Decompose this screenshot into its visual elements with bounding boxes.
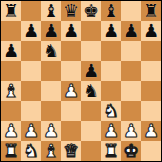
- square-e3[interactable]: [81, 101, 101, 121]
- piece-black-knight[interactable]: ♞: [83, 81, 99, 101]
- square-f5[interactable]: [101, 61, 121, 81]
- square-f2[interactable]: ♟: [101, 121, 121, 141]
- square-g6[interactable]: [121, 41, 141, 61]
- square-f1[interactable]: ♜: [101, 141, 121, 161]
- square-g2[interactable]: ♟: [121, 121, 141, 141]
- piece-white-rook[interactable]: ♜: [103, 141, 119, 161]
- square-d7[interactable]: ♟: [61, 21, 81, 41]
- piece-black-knight[interactable]: ♞: [43, 41, 59, 61]
- piece-black-pawn[interactable]: ♟: [63, 21, 79, 41]
- square-d1[interactable]: ♛: [61, 141, 81, 161]
- square-h3[interactable]: [141, 101, 161, 121]
- piece-white-pawn[interactable]: ♟: [103, 121, 119, 141]
- piece-black-pawn[interactable]: ♟: [43, 21, 59, 41]
- square-c1[interactable]: ♝: [41, 141, 61, 161]
- piece-white-knight[interactable]: ♞: [103, 101, 119, 121]
- square-a6[interactable]: ♟: [1, 41, 21, 61]
- square-b6[interactable]: [21, 41, 41, 61]
- piece-black-bishop[interactable]: ♝: [103, 1, 119, 21]
- square-g7[interactable]: ♟: [121, 21, 141, 41]
- square-h1[interactable]: [141, 141, 161, 161]
- piece-white-pawn[interactable]: ♟: [123, 121, 139, 141]
- square-c4[interactable]: [41, 81, 61, 101]
- square-b1[interactable]: ♞: [21, 141, 41, 161]
- square-e2[interactable]: [81, 121, 101, 141]
- piece-white-queen[interactable]: ♛: [63, 141, 79, 161]
- square-f7[interactable]: ♟: [101, 21, 121, 41]
- square-a8[interactable]: ♜: [1, 1, 21, 21]
- piece-black-pawn[interactable]: ♟: [123, 21, 139, 41]
- chess-board: ♜♝♛♚♝♜♟♟♟♟♟♟♟♞♟♝♟♞♞♟♟♟♟♟♟♜♞♝♛♜♚: [0, 0, 162, 162]
- piece-white-rook[interactable]: ♜: [3, 141, 19, 161]
- square-f4[interactable]: [101, 81, 121, 101]
- square-h2[interactable]: ♟: [141, 121, 161, 141]
- piece-white-pawn[interactable]: ♟: [23, 121, 39, 141]
- square-b7[interactable]: ♟: [21, 21, 41, 41]
- piece-black-bishop[interactable]: ♝: [43, 1, 59, 21]
- piece-white-bishop[interactable]: ♝: [43, 141, 59, 161]
- square-d4[interactable]: ♟: [61, 81, 81, 101]
- square-f3[interactable]: ♞: [101, 101, 121, 121]
- square-d3[interactable]: [61, 101, 81, 121]
- piece-white-knight[interactable]: ♞: [23, 141, 39, 161]
- piece-white-bishop[interactable]: ♝: [3, 81, 19, 101]
- square-h5[interactable]: [141, 61, 161, 81]
- square-h6[interactable]: [141, 41, 161, 61]
- square-d2[interactable]: [61, 121, 81, 141]
- square-c3[interactable]: [41, 101, 61, 121]
- piece-black-pawn[interactable]: ♟: [23, 21, 39, 41]
- square-a7[interactable]: [1, 21, 21, 41]
- square-g5[interactable]: [121, 61, 141, 81]
- square-b4[interactable]: [21, 81, 41, 101]
- square-c7[interactable]: ♟: [41, 21, 61, 41]
- square-c5[interactable]: [41, 61, 61, 81]
- chess-board-container: ♜♝♛♚♝♜♟♟♟♟♟♟♟♞♟♝♟♞♞♟♟♟♟♟♟♜♞♝♛♜♚: [0, 0, 162, 162]
- square-d5[interactable]: [61, 61, 81, 81]
- square-h7[interactable]: ♟: [141, 21, 161, 41]
- square-e8[interactable]: ♚: [81, 1, 101, 21]
- piece-black-queen[interactable]: ♛: [63, 1, 79, 21]
- square-a1[interactable]: ♜: [1, 141, 21, 161]
- square-h8[interactable]: ♜: [141, 1, 161, 21]
- square-e7[interactable]: [81, 21, 101, 41]
- square-e5[interactable]: ♟: [81, 61, 101, 81]
- piece-black-rook[interactable]: ♜: [143, 1, 159, 21]
- piece-black-pawn[interactable]: ♟: [143, 21, 159, 41]
- square-f8[interactable]: ♝: [101, 1, 121, 21]
- square-c8[interactable]: ♝: [41, 1, 61, 21]
- square-a3[interactable]: [1, 101, 21, 121]
- square-c2[interactable]: ♟: [41, 121, 61, 141]
- piece-white-king[interactable]: ♚: [123, 141, 139, 161]
- square-h4[interactable]: [141, 81, 161, 101]
- square-g4[interactable]: [121, 81, 141, 101]
- piece-white-pawn[interactable]: ♟: [3, 121, 19, 141]
- square-a4[interactable]: ♝: [1, 81, 21, 101]
- square-d8[interactable]: ♛: [61, 1, 81, 21]
- square-c6[interactable]: ♞: [41, 41, 61, 61]
- piece-white-pawn[interactable]: ♟: [143, 121, 159, 141]
- square-b2[interactable]: ♟: [21, 121, 41, 141]
- square-a5[interactable]: [1, 61, 21, 81]
- square-e6[interactable]: [81, 41, 101, 61]
- square-e1[interactable]: [81, 141, 101, 161]
- piece-black-rook[interactable]: ♜: [3, 1, 19, 21]
- piece-black-pawn[interactable]: ♟: [83, 61, 99, 81]
- square-b8[interactable]: [21, 1, 41, 21]
- square-b5[interactable]: [21, 61, 41, 81]
- piece-white-pawn[interactable]: ♟: [43, 121, 59, 141]
- piece-white-pawn[interactable]: ♟: [63, 81, 79, 101]
- square-g8[interactable]: [121, 1, 141, 21]
- piece-black-king[interactable]: ♚: [83, 1, 99, 21]
- square-f6[interactable]: [101, 41, 121, 61]
- piece-black-pawn[interactable]: ♟: [103, 21, 119, 41]
- square-e4[interactable]: ♞: [81, 81, 101, 101]
- square-a2[interactable]: ♟: [1, 121, 21, 141]
- square-g3[interactable]: [121, 101, 141, 121]
- piece-black-pawn[interactable]: ♟: [3, 41, 19, 61]
- square-d6[interactable]: [61, 41, 81, 61]
- square-g1[interactable]: ♚: [121, 141, 141, 161]
- square-b3[interactable]: [21, 101, 41, 121]
